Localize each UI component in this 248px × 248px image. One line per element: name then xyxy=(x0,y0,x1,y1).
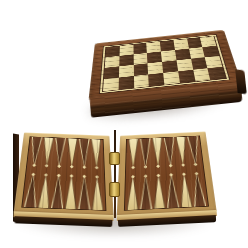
point-tip-diamond xyxy=(182,172,186,176)
points-bottom-right-quadrant xyxy=(126,171,207,210)
points-top-left-quadrant xyxy=(28,137,103,170)
point-tip-diamond xyxy=(95,175,99,179)
board-half-left-field xyxy=(21,136,106,210)
points-top-right-quadrant xyxy=(127,136,202,169)
point-tip-diamond xyxy=(31,173,35,177)
point-tip-diamond xyxy=(82,165,86,169)
board-half-left-frame xyxy=(14,133,114,216)
point-tip-diamond xyxy=(169,173,173,177)
backgammon-point-dark xyxy=(77,174,91,209)
point-tip-diamond xyxy=(169,164,173,168)
point-tip-diamond xyxy=(131,175,135,179)
closed-backgammon-case xyxy=(80,4,244,120)
brass-hinge xyxy=(109,152,120,165)
backgammon-point-cream xyxy=(126,175,140,211)
point-triangle xyxy=(66,176,76,209)
point-triangle xyxy=(25,175,38,208)
backgammon-point-dark xyxy=(50,173,65,208)
point-triangle xyxy=(42,137,53,165)
chess-square-dark xyxy=(118,76,133,90)
backgammon-point-cream xyxy=(91,175,105,210)
chess-square-light xyxy=(134,74,150,88)
point-tip-diamond xyxy=(131,166,135,170)
case-right-side xyxy=(235,69,247,94)
chess-square-dark xyxy=(208,67,226,80)
backgammon-point-cream xyxy=(127,139,140,170)
board-half-right-field xyxy=(124,136,209,211)
brass-hinge xyxy=(109,182,120,197)
backgammon-point-dark xyxy=(139,174,153,209)
point-triangle xyxy=(154,176,165,209)
product-photo-backgammon-set xyxy=(0,0,248,248)
chessboard-grid xyxy=(102,36,227,92)
point-tip-diamond xyxy=(44,173,48,177)
point-triangle xyxy=(92,177,102,210)
point-tip-diamond xyxy=(144,165,148,169)
backgammon-point-cream xyxy=(90,139,103,169)
point-triangle xyxy=(128,177,138,210)
backgammon-point-cream xyxy=(65,138,78,168)
point-tip-diamond xyxy=(70,165,74,169)
board-half-right-frame xyxy=(117,132,217,216)
open-backgammon-board xyxy=(15,108,215,230)
backgammon-point-dark xyxy=(139,138,152,169)
point-tip-diamond xyxy=(181,163,185,167)
point-tip-diamond xyxy=(70,174,74,178)
point-tip-diamond xyxy=(157,174,161,178)
backgammon-point-dark xyxy=(187,136,203,166)
backgammon-point-dark xyxy=(53,138,67,168)
backgammon-point-dark xyxy=(190,171,207,206)
board-half-right xyxy=(111,103,217,228)
point-tip-diamond xyxy=(156,164,160,168)
point-tip-diamond xyxy=(95,166,99,170)
backgammon-point-dark xyxy=(78,139,91,169)
point-triangle xyxy=(79,177,89,210)
point-tip-diamond xyxy=(57,164,61,168)
point-triangle xyxy=(141,176,151,209)
center-hinge-seam xyxy=(114,130,116,218)
point-tip-diamond xyxy=(195,172,199,176)
point-tip-diamond xyxy=(57,173,61,177)
point-triangle xyxy=(192,174,205,207)
point-triangle xyxy=(141,138,150,166)
points-bottom-left-quadrant xyxy=(23,172,104,210)
point-triangle xyxy=(80,139,89,167)
chess-square-light xyxy=(163,71,180,84)
backgammon-point-cream xyxy=(64,174,78,209)
point-tip-diamond xyxy=(32,163,36,167)
chess-square-dark xyxy=(148,73,164,86)
point-tip-diamond xyxy=(144,174,148,178)
point-triangle xyxy=(129,139,138,167)
chess-square-light xyxy=(103,78,119,92)
point-tip-diamond xyxy=(194,162,198,166)
point-tip-diamond xyxy=(45,164,49,168)
point-tip-diamond xyxy=(82,174,86,178)
board-half-left xyxy=(13,104,118,228)
